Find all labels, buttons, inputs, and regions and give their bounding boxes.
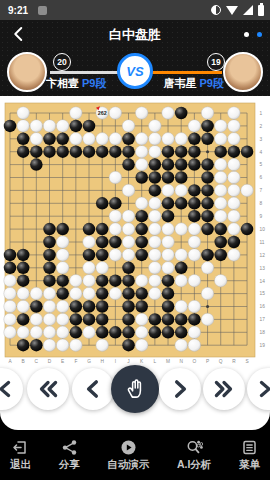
right-captures-badge: 19	[207, 53, 225, 71]
fast-forward-button[interactable]	[203, 368, 245, 410]
svg-text:J: J	[127, 359, 130, 364]
page-dot-active[interactable]	[244, 32, 249, 37]
svg-text:A: A	[8, 359, 12, 364]
svg-text:262: 262	[98, 110, 107, 116]
ai-analysis-button[interactable]: A.I分析	[177, 439, 211, 472]
svg-text:18: 18	[260, 330, 266, 335]
play-icon	[120, 439, 137, 456]
menu-icon	[241, 439, 258, 456]
share-button[interactable]: 分享	[59, 439, 80, 472]
auto-play-button[interactable]: 自动演示	[107, 439, 149, 472]
svg-text:2: 2	[260, 124, 263, 129]
svg-text:1: 1	[260, 111, 263, 116]
vs-badge: VS	[117, 53, 153, 89]
skip-to-end-icon	[255, 376, 270, 402]
left-player-rank: P9段	[82, 77, 106, 89]
svg-text:D: D	[48, 359, 52, 364]
white-player-stripe	[150, 71, 222, 74]
svg-text:5: 5	[260, 162, 263, 167]
step-forward-button[interactable]	[159, 368, 201, 410]
svg-text:13: 13	[260, 266, 266, 271]
skip-to-start-icon	[0, 376, 15, 402]
svg-text:C: C	[35, 359, 39, 364]
svg-text:O: O	[193, 359, 197, 364]
svg-text:P: P	[206, 359, 209, 364]
hand-tool-button[interactable]	[111, 365, 159, 413]
svg-text:12: 12	[260, 253, 266, 258]
exit-button[interactable]: 退出	[10, 439, 31, 472]
fast-backward-icon	[35, 376, 61, 402]
left-captures-badge: 20	[53, 53, 71, 71]
signal-icon	[243, 5, 253, 15]
svg-text:17: 17	[260, 317, 266, 322]
svg-text:N: N	[179, 359, 183, 364]
svg-text:L: L	[154, 359, 157, 364]
svg-text:10: 10	[260, 227, 266, 232]
skip-to-end-button[interactable]	[247, 368, 270, 410]
svg-text:14: 14	[260, 279, 266, 284]
go-board[interactable]: ABCDEFGHIJKLMNOPQRS123456789101112131415…	[0, 100, 270, 368]
svg-text:Q: Q	[219, 359, 223, 364]
clock: 9:21	[8, 5, 28, 16]
step-forward-icon	[167, 376, 193, 402]
exit-icon	[12, 439, 29, 456]
svg-text:3: 3	[260, 137, 263, 142]
notification-icon	[38, 6, 47, 15]
hand-icon	[122, 376, 148, 402]
app-screen: 9:21 白中盘胜 20 19 卞相壹P9段 唐韦星P9段	[0, 0, 270, 480]
svg-text:7: 7	[260, 188, 263, 193]
left-player-avatar	[7, 52, 47, 92]
svg-text:8: 8	[260, 201, 263, 206]
svg-text:6: 6	[260, 175, 263, 180]
status-bar: 9:21	[0, 0, 270, 20]
svg-text:K: K	[140, 359, 144, 364]
svg-text:R: R	[232, 359, 236, 364]
title-bar: 白中盘胜	[0, 20, 270, 48]
page-dot[interactable]	[257, 32, 262, 37]
svg-text:F: F	[74, 359, 77, 364]
fast-backward-button[interactable]	[27, 368, 69, 410]
svg-text:11: 11	[260, 240, 265, 245]
svg-text:19: 19	[260, 343, 266, 348]
right-player-avatar	[223, 52, 263, 92]
svg-text:I: I	[115, 359, 116, 364]
step-backward-button[interactable]	[72, 368, 114, 410]
svg-text:B: B	[22, 359, 25, 364]
eye-icon	[211, 5, 221, 15]
svg-text:9: 9	[260, 214, 263, 219]
right-player-rank: P9段	[200, 77, 224, 89]
right-player-name: 唐韦星P9段	[164, 76, 224, 91]
svg-text:16: 16	[260, 304, 266, 309]
fast-forward-icon	[211, 376, 237, 402]
left-player-name: 卞相壹P9段	[46, 76, 106, 91]
svg-text:15: 15	[260, 291, 266, 296]
svg-text:G: G	[87, 359, 91, 364]
skip-to-start-button[interactable]	[0, 368, 23, 410]
share-icon	[61, 439, 78, 456]
ai-analysis-icon	[186, 439, 203, 456]
svg-text:E: E	[61, 359, 64, 364]
svg-text:H: H	[100, 359, 104, 364]
wifi-icon	[226, 6, 238, 15]
svg-text:M: M	[166, 359, 170, 364]
svg-text:4: 4	[260, 150, 263, 155]
page-indicator[interactable]	[244, 32, 262, 37]
page-title: 白中盘胜	[0, 26, 270, 44]
menu-button[interactable]: 菜单	[239, 439, 260, 472]
black-player-stripe	[50, 71, 120, 74]
svg-text:S: S	[245, 359, 248, 364]
move-navigation	[0, 364, 270, 416]
step-backward-icon	[80, 376, 106, 402]
battery-icon	[258, 5, 264, 16]
bottom-toolbar: 退出 分享 自动演示 A.I分析	[0, 430, 270, 480]
